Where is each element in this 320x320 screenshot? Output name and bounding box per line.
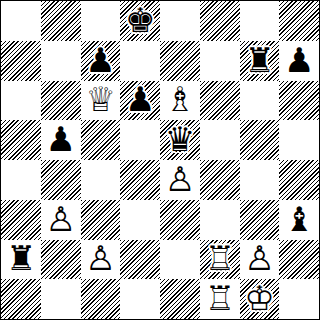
square-e1[interactable] xyxy=(160,279,200,319)
white-pawn-b3[interactable]: ♙ xyxy=(45,202,75,236)
white-rook-f2[interactable]: ♖ xyxy=(204,242,234,276)
white-pawn-c2[interactable]: ♙ xyxy=(85,242,115,276)
square-a5[interactable] xyxy=(1,120,41,160)
square-a8[interactable] xyxy=(1,1,41,41)
white-queen[interactable]: ♕ xyxy=(85,83,115,117)
square-d2[interactable] xyxy=(120,240,160,280)
square-b2[interactable] xyxy=(41,240,81,280)
square-g4[interactable] xyxy=(240,160,280,200)
chess-board: ♚♚♟♟♜♜♟♟♛♕♟♟♝♗♟♟♛♛♟♙♟♙♝♝♜♜♟♙♜♖♟♙♜♖♚♔ xyxy=(0,0,320,320)
square-c3[interactable] xyxy=(81,200,121,240)
square-b5[interactable]: ♟♟ xyxy=(41,120,81,160)
square-b6[interactable] xyxy=(41,81,81,121)
square-h3[interactable]: ♝♝ xyxy=(279,200,319,240)
square-g5[interactable] xyxy=(240,120,280,160)
square-d7[interactable] xyxy=(120,41,160,81)
square-c7[interactable]: ♟♟ xyxy=(81,41,121,81)
square-f5[interactable] xyxy=(200,120,240,160)
square-a3[interactable] xyxy=(1,200,41,240)
square-a6[interactable] xyxy=(1,81,41,121)
white-bishop[interactable]: ♗ xyxy=(165,83,195,117)
square-a4[interactable] xyxy=(1,160,41,200)
square-e6[interactable]: ♝♗ xyxy=(160,81,200,121)
black-rook-a2[interactable]: ♜ xyxy=(6,242,36,276)
square-h1[interactable] xyxy=(279,279,319,319)
square-d3[interactable] xyxy=(120,200,160,240)
square-c8[interactable] xyxy=(81,1,121,41)
square-f6[interactable] xyxy=(200,81,240,121)
square-e7[interactable] xyxy=(160,41,200,81)
square-c6[interactable]: ♛♕ xyxy=(81,81,121,121)
black-pawn-b5[interactable]: ♟ xyxy=(45,122,75,156)
square-g3[interactable] xyxy=(240,200,280,240)
square-f8[interactable] xyxy=(200,1,240,41)
square-a1[interactable] xyxy=(1,279,41,319)
square-e3[interactable] xyxy=(160,200,200,240)
white-pawn-e4[interactable]: ♙ xyxy=(165,162,195,196)
square-g1[interactable]: ♚♔ xyxy=(240,279,280,319)
square-e4[interactable]: ♟♙ xyxy=(160,160,200,200)
square-d8[interactable]: ♚♚ xyxy=(120,1,160,41)
square-a2[interactable]: ♜♜ xyxy=(1,240,41,280)
square-g2[interactable]: ♟♙ xyxy=(240,240,280,280)
black-pawn-c7[interactable]: ♟ xyxy=(85,43,115,77)
black-king[interactable]: ♚ xyxy=(125,3,155,37)
square-f4[interactable] xyxy=(200,160,240,200)
square-c1[interactable] xyxy=(81,279,121,319)
square-h8[interactable] xyxy=(279,1,319,41)
square-b7[interactable] xyxy=(41,41,81,81)
square-e2[interactable] xyxy=(160,240,200,280)
square-a7[interactable] xyxy=(1,41,41,81)
square-c5[interactable] xyxy=(81,120,121,160)
square-g6[interactable] xyxy=(240,81,280,121)
square-f7[interactable] xyxy=(200,41,240,81)
square-b3[interactable]: ♟♙ xyxy=(41,200,81,240)
square-h6[interactable] xyxy=(279,81,319,121)
white-pawn-g2[interactable]: ♙ xyxy=(244,242,274,276)
square-h2[interactable] xyxy=(279,240,319,280)
black-rook-g7[interactable]: ♜ xyxy=(244,43,274,77)
square-h7[interactable]: ♟♟ xyxy=(279,41,319,81)
square-b1[interactable] xyxy=(41,279,81,319)
black-queen[interactable]: ♛ xyxy=(165,122,195,156)
square-b8[interactable] xyxy=(41,1,81,41)
square-f1[interactable]: ♜♖ xyxy=(200,279,240,319)
square-d6[interactable]: ♟♟ xyxy=(120,81,160,121)
square-g8[interactable] xyxy=(240,1,280,41)
square-d4[interactable] xyxy=(120,160,160,200)
white-king[interactable]: ♔ xyxy=(244,281,274,315)
square-e8[interactable] xyxy=(160,1,200,41)
black-pawn-d6[interactable]: ♟ xyxy=(125,83,155,117)
black-pawn-h7[interactable]: ♟ xyxy=(284,43,314,77)
square-h4[interactable] xyxy=(279,160,319,200)
square-f3[interactable] xyxy=(200,200,240,240)
square-d1[interactable] xyxy=(120,279,160,319)
square-h5[interactable] xyxy=(279,120,319,160)
square-c2[interactable]: ♟♙ xyxy=(81,240,121,280)
square-c4[interactable] xyxy=(81,160,121,200)
black-bishop[interactable]: ♝ xyxy=(284,202,314,236)
white-rook-f1[interactable]: ♖ xyxy=(204,281,234,315)
square-g7[interactable]: ♜♜ xyxy=(240,41,280,81)
square-e5[interactable]: ♛♛ xyxy=(160,120,200,160)
square-f2[interactable]: ♜♖ xyxy=(200,240,240,280)
square-d5[interactable] xyxy=(120,120,160,160)
square-b4[interactable] xyxy=(41,160,81,200)
